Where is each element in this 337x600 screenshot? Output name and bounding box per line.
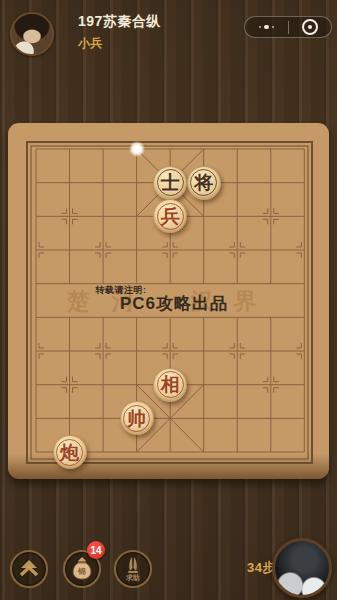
- piece-character: 将: [194, 173, 213, 192]
- red-general[interactable]: 帅: [120, 401, 154, 435]
- svg-text:界: 界: [233, 287, 257, 314]
- piece-character: 帅: [127, 409, 146, 428]
- piece-character: 兵: [161, 207, 180, 226]
- svg-text:楚: 楚: [66, 287, 91, 314]
- hint-count-badge: 14: [87, 541, 105, 559]
- red-elephant[interactable]: 相: [153, 368, 187, 402]
- watermark-brand: PC6攻略出品: [120, 292, 228, 315]
- last-move-marker: [129, 141, 145, 157]
- piece-character: 炮: [60, 443, 79, 462]
- piece-character: 士: [161, 173, 180, 192]
- black-advisor[interactable]: 士: [153, 166, 187, 200]
- black-general[interactable]: 将: [187, 166, 221, 200]
- piece-character: 相: [161, 375, 180, 394]
- red-cannon[interactable]: 炮: [53, 435, 87, 469]
